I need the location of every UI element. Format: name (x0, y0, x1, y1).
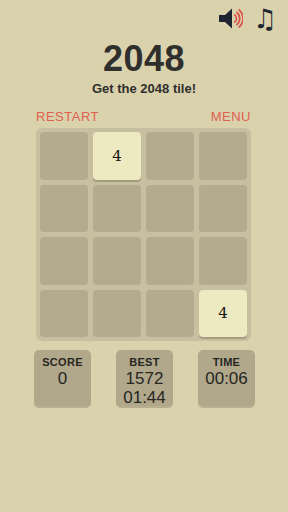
best-time-value: 01:44 (123, 388, 166, 407)
board-cell-r2c1 (93, 237, 141, 285)
score-box: SCORE 0 (34, 350, 91, 406)
board-cell-r0c2 (146, 132, 194, 180)
board-cell-r3c3: 4 (199, 290, 247, 338)
board-cell-r2c0 (40, 237, 88, 285)
board-cell-r1c2 (146, 185, 194, 233)
board-cell-r1c1 (93, 185, 141, 233)
music-note-glyph: ♫ (253, 5, 277, 32)
tile-4: 4 (199, 290, 247, 338)
board-cell-r3c0 (40, 290, 88, 338)
page-title: 2048 (0, 41, 288, 77)
time-label: TIME (213, 355, 240, 369)
board-cell-r0c0 (40, 132, 88, 180)
board[interactable]: 44 (36, 128, 251, 341)
topbar: ♫ (215, 4, 279, 32)
score-value: 0 (58, 369, 67, 388)
board-cell-r3c2 (146, 290, 194, 338)
time-box: TIME 00:06 (198, 350, 255, 406)
best-label: BEST (129, 355, 160, 369)
sound-on-icon[interactable] (215, 4, 243, 32)
best-score-value: 1572 (126, 369, 164, 388)
board-cell-r0c1: 4 (93, 132, 141, 180)
menu-button[interactable]: MENU (211, 109, 251, 124)
board-cell-r1c3 (199, 185, 247, 233)
tile-4: 4 (93, 132, 141, 180)
music-icon[interactable]: ♫ (251, 4, 279, 32)
menu-row: RESTART MENU (36, 109, 251, 124)
page-subtitle: Get the 2048 tile! (0, 81, 288, 96)
board-cell-r1c0 (40, 185, 88, 233)
time-value: 00:06 (205, 369, 248, 388)
board-cell-r2c3 (199, 237, 247, 285)
board-cell-r0c3 (199, 132, 247, 180)
stats-row: SCORE 0 BEST 1572 01:44 TIME 00:06 (34, 350, 255, 406)
board-cell-r3c1 (93, 290, 141, 338)
restart-button[interactable]: RESTART (36, 109, 99, 124)
board-cell-r2c2 (146, 237, 194, 285)
score-label: SCORE (42, 355, 83, 369)
best-box: BEST 1572 01:44 (116, 350, 173, 406)
